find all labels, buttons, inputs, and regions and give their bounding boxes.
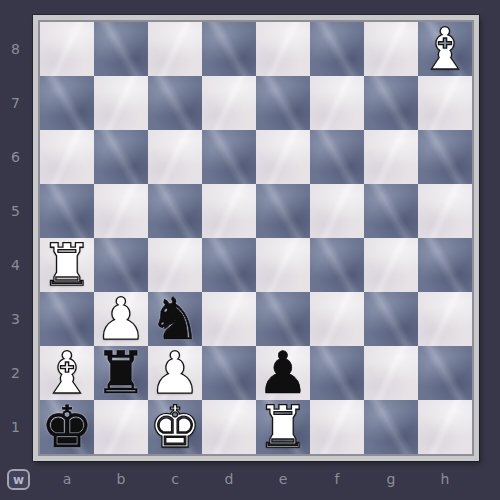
square-g2[interactable] [364, 346, 418, 400]
piece-white-bishop[interactable]: ♝ [41, 346, 93, 400]
square-a3[interactable] [40, 292, 94, 346]
square-b6[interactable] [94, 130, 148, 184]
square-d7[interactable] [202, 76, 256, 130]
square-g4[interactable] [364, 238, 418, 292]
rank-label-8: 8 [0, 22, 31, 76]
square-f6[interactable] [310, 130, 364, 184]
board-grid: ♝♜♟♞♝♜♟♟♚♚♜ [40, 22, 472, 454]
square-d6[interactable] [202, 130, 256, 184]
square-h2[interactable] [418, 346, 472, 400]
square-f7[interactable] [310, 76, 364, 130]
square-g5[interactable] [364, 184, 418, 238]
square-h4[interactable] [418, 238, 472, 292]
square-d3[interactable] [202, 292, 256, 346]
square-a4[interactable]: ♜ [40, 238, 94, 292]
rank-label-3: 3 [0, 292, 31, 346]
file-label-g: g [364, 466, 418, 492]
file-labels: abcdefgh [40, 466, 472, 492]
square-e2[interactable]: ♟ [256, 346, 310, 400]
square-h7[interactable] [418, 76, 472, 130]
square-h8[interactable]: ♝ [418, 22, 472, 76]
square-e3[interactable] [256, 292, 310, 346]
square-a5[interactable] [40, 184, 94, 238]
square-f4[interactable] [310, 238, 364, 292]
piece-white-bishop[interactable]: ♝ [419, 22, 471, 76]
square-d4[interactable] [202, 238, 256, 292]
piece-white-pawn[interactable]: ♟ [95, 292, 147, 346]
square-f1[interactable] [310, 400, 364, 454]
square-c7[interactable] [148, 76, 202, 130]
square-e8[interactable] [256, 22, 310, 76]
square-a8[interactable] [40, 22, 94, 76]
square-g7[interactable] [364, 76, 418, 130]
square-c3[interactable]: ♞ [148, 292, 202, 346]
rank-label-5: 5 [0, 184, 31, 238]
square-c5[interactable] [148, 184, 202, 238]
piece-black-pawn[interactable]: ♟ [257, 346, 309, 400]
square-e1[interactable]: ♜ [256, 400, 310, 454]
rank-label-7: 7 [0, 76, 31, 130]
square-a6[interactable] [40, 130, 94, 184]
piece-white-rook[interactable]: ♜ [41, 238, 93, 292]
square-e6[interactable] [256, 130, 310, 184]
square-a7[interactable] [40, 76, 94, 130]
square-f5[interactable] [310, 184, 364, 238]
rank-labels: 87654321 [0, 22, 31, 454]
square-h3[interactable] [418, 292, 472, 346]
file-label-a: a [40, 466, 94, 492]
file-label-e: e [256, 466, 310, 492]
square-b8[interactable] [94, 22, 148, 76]
rank-label-6: 6 [0, 130, 31, 184]
square-d5[interactable] [202, 184, 256, 238]
file-label-h: h [418, 466, 472, 492]
file-label-d: d [202, 466, 256, 492]
square-c8[interactable] [148, 22, 202, 76]
square-c2[interactable]: ♟ [148, 346, 202, 400]
square-c1[interactable]: ♚ [148, 400, 202, 454]
square-h1[interactable] [418, 400, 472, 454]
turn-indicator: w [7, 469, 30, 490]
chess-board: ♝♜♟♞♝♜♟♟♚♚♜ [33, 15, 479, 461]
square-f2[interactable] [310, 346, 364, 400]
square-b7[interactable] [94, 76, 148, 130]
square-d8[interactable] [202, 22, 256, 76]
piece-black-king[interactable]: ♚ [41, 400, 93, 454]
square-f3[interactable] [310, 292, 364, 346]
file-label-c: c [148, 466, 202, 492]
square-g6[interactable] [364, 130, 418, 184]
piece-black-knight[interactable]: ♞ [149, 292, 201, 346]
piece-black-rook[interactable]: ♜ [95, 346, 147, 400]
square-g1[interactable] [364, 400, 418, 454]
square-h5[interactable] [418, 184, 472, 238]
square-c6[interactable] [148, 130, 202, 184]
file-label-f: f [310, 466, 364, 492]
chess-app: { "game": "chess", "position": { "fen": … [0, 0, 500, 500]
square-b4[interactable] [94, 238, 148, 292]
square-h6[interactable] [418, 130, 472, 184]
square-d1[interactable] [202, 400, 256, 454]
square-b2[interactable]: ♜ [94, 346, 148, 400]
square-c4[interactable] [148, 238, 202, 292]
square-a1[interactable]: ♚ [40, 400, 94, 454]
file-label-b: b [94, 466, 148, 492]
rank-label-4: 4 [0, 238, 31, 292]
square-f8[interactable] [310, 22, 364, 76]
square-b5[interactable] [94, 184, 148, 238]
square-e5[interactable] [256, 184, 310, 238]
piece-white-pawn[interactable]: ♟ [149, 346, 201, 400]
square-e4[interactable] [256, 238, 310, 292]
rank-label-2: 2 [0, 346, 31, 400]
piece-white-rook[interactable]: ♜ [257, 400, 309, 454]
piece-white-king[interactable]: ♚ [149, 400, 201, 454]
rank-label-1: 1 [0, 400, 31, 454]
square-a2[interactable]: ♝ [40, 346, 94, 400]
square-d2[interactable] [202, 346, 256, 400]
square-b3[interactable]: ♟ [94, 292, 148, 346]
square-b1[interactable] [94, 400, 148, 454]
square-e7[interactable] [256, 76, 310, 130]
square-g3[interactable] [364, 292, 418, 346]
square-g8[interactable] [364, 22, 418, 76]
